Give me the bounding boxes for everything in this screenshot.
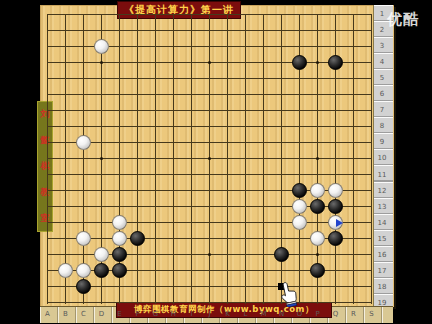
grid-line — [47, 174, 372, 175]
row-number-label: 17 — [378, 267, 387, 275]
grid-line — [47, 78, 372, 79]
row-number-label: 19 — [378, 299, 387, 307]
column-letter-label: L — [244, 310, 248, 318]
lecture-title-banner: 《提高计算力》第一讲 — [117, 1, 241, 19]
column-letter-label: P — [315, 310, 319, 318]
star-point — [100, 157, 103, 160]
hand-cursor-icon — [280, 281, 299, 307]
grid-line — [47, 222, 372, 223]
row-number-label: 2 — [380, 26, 384, 34]
go-board[interactable] — [40, 5, 394, 307]
brand-char: 懿 — [41, 136, 50, 145]
row-number-label: 8 — [380, 122, 384, 130]
grid-line — [137, 14, 138, 304]
star-point — [100, 61, 103, 64]
grid-line — [155, 14, 156, 304]
column-letter-label: M — [260, 310, 266, 318]
grid-line — [65, 14, 66, 304]
black-stone[interactable] — [292, 183, 307, 198]
grid-line — [47, 14, 372, 15]
star-point — [208, 157, 211, 160]
row-number-label: 7 — [380, 106, 384, 114]
star-point — [208, 61, 211, 64]
triangle-marker — [336, 219, 343, 227]
row-number-label: 11 — [378, 171, 387, 179]
row-number-label: 5 — [380, 74, 384, 82]
column-letter-label: E — [117, 310, 121, 318]
grid-line — [245, 14, 246, 304]
grid-line — [47, 94, 372, 95]
column-letter-label: K — [225, 310, 230, 318]
column-letter-label: H — [171, 310, 176, 318]
grid-line — [173, 14, 174, 304]
grid-line — [47, 302, 372, 303]
grid-line — [47, 30, 372, 31]
column-letter-label: I — [190, 310, 192, 318]
grid-line — [353, 14, 354, 304]
column-letter-label: C — [81, 310, 86, 318]
white-stone[interactable] — [292, 199, 307, 214]
row-number-label: 12 — [378, 187, 387, 195]
black-stone[interactable] — [292, 55, 307, 70]
app-window: 刘 懿 棋 教 室 《提高计算力》第一讲 博弈围棋教育网制作（www.bywq.… — [0, 0, 432, 324]
white-stone[interactable] — [310, 183, 325, 198]
column-letter-label: D — [99, 310, 104, 318]
column-letter-label: S — [369, 310, 373, 318]
column-letter-label: F — [135, 310, 139, 318]
row-number-label: 4 — [380, 58, 384, 66]
white-stone[interactable] — [76, 135, 91, 150]
column-letter-label: Q — [333, 310, 339, 318]
row-number-label: 6 — [380, 90, 384, 98]
black-stone[interactable] — [328, 55, 343, 70]
brand-char: 棋 — [41, 162, 50, 171]
grid-line — [47, 14, 48, 304]
grid-line — [227, 14, 228, 304]
brand-char: 刘 — [41, 110, 50, 119]
column-letter-label: B — [63, 310, 68, 318]
grid-line — [47, 286, 372, 287]
row-number-label: 16 — [378, 251, 387, 259]
grid-line — [371, 14, 372, 304]
grid-line — [47, 142, 372, 143]
grid-line — [83, 14, 84, 304]
white-stone[interactable] — [94, 39, 109, 54]
grid-line — [47, 110, 372, 111]
column-letter-label: R — [351, 310, 356, 318]
row-number-label: 3 — [380, 42, 384, 50]
row-number-label: 14 — [378, 219, 387, 227]
column-letter-label: G — [153, 310, 158, 318]
white-stone[interactable] — [328, 183, 343, 198]
column-letter-label: A — [45, 310, 50, 318]
row-number-label: 15 — [378, 235, 387, 243]
row-number-label: 1 — [380, 10, 384, 18]
column-letter-label: N — [279, 310, 284, 318]
grid-line — [47, 126, 372, 127]
row-number-label: 9 — [380, 138, 384, 146]
column-letter-label: J — [208, 310, 210, 318]
grid-line — [191, 14, 192, 304]
row-number-label: 10 — [378, 154, 387, 162]
black-stone[interactable] — [310, 199, 325, 214]
grid-line — [263, 14, 264, 304]
left-brand-strip: 刘 懿 棋 教 室 — [37, 101, 53, 232]
row-number-label: 13 — [378, 203, 387, 211]
youku-watermark: 优酷 — [387, 10, 419, 29]
column-letter-label: O — [297, 310, 303, 318]
black-stone[interactable] — [328, 199, 343, 214]
row-number-label: 18 — [378, 283, 387, 291]
star-point — [316, 157, 319, 160]
star-point — [316, 61, 319, 64]
